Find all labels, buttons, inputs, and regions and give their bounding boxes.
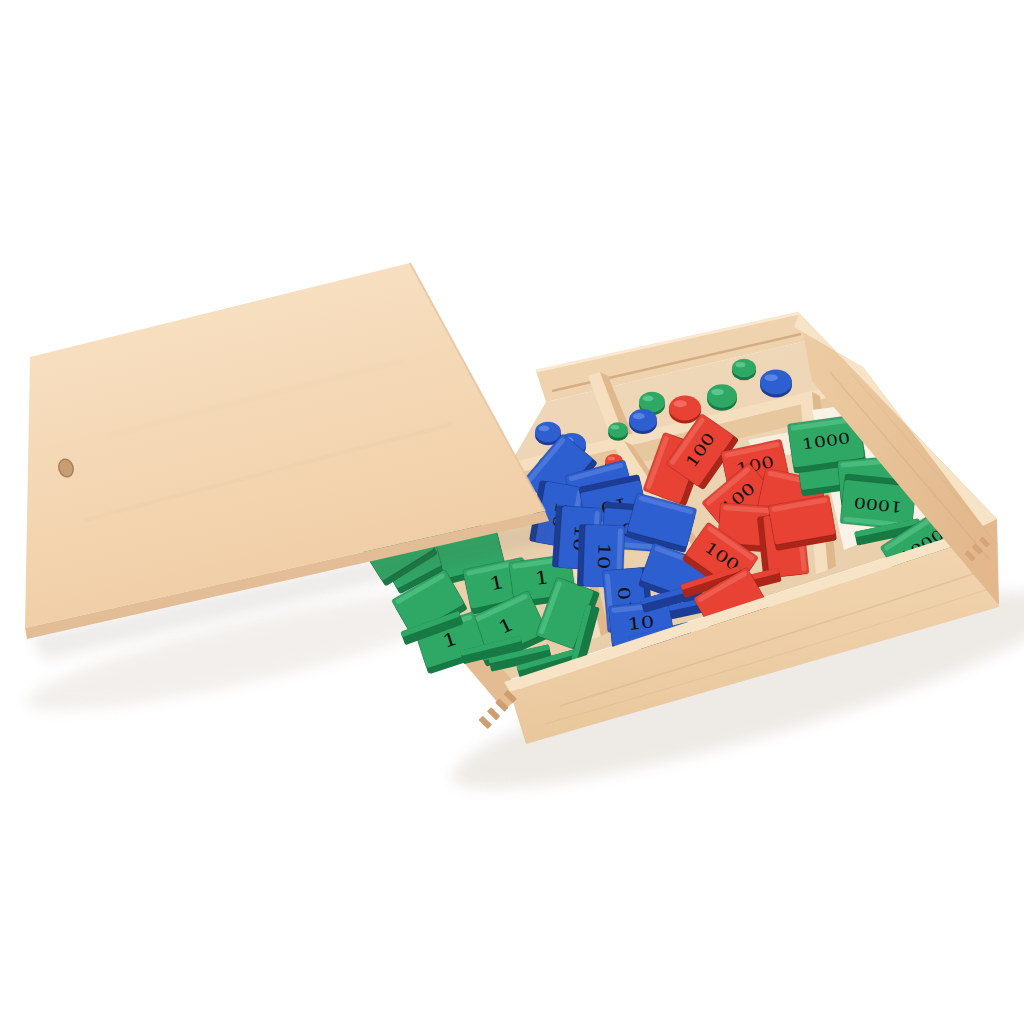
counter-disc-green[interactable] [707, 384, 737, 410]
counter-disc-green[interactable] [608, 422, 628, 441]
counter-disc-green[interactable] [732, 359, 756, 381]
tile-number-label: 1 [533, 567, 550, 590]
stamp-game-photo: 1111110101010101010100100100100100010001… [0, 0, 1024, 1024]
counter-disc-blue[interactable] [760, 370, 792, 398]
counter-disc-red[interactable] [669, 396, 701, 424]
product-photo-stage: 1111110101010101010100100100100100010001… [0, 0, 1024, 1024]
tile-number-label: 10 [627, 613, 655, 634]
counter-disc-blue[interactable] [629, 409, 657, 434]
tile-number-label: 10 [594, 542, 613, 569]
